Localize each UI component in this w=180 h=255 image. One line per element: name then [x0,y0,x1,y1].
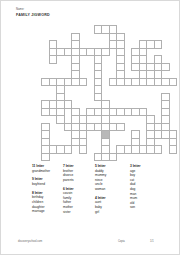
grid-cell[interactable] [116,123,125,132]
word-bank-word: marriage [32,209,50,214]
word-bank-word: boyfriend [32,182,50,187]
word-bank-header: 3 letter [130,164,140,169]
footer-source-text: discoveryschool.com [18,240,42,243]
grid-cell[interactable] [161,63,170,72]
grid-cell[interactable] [49,55,58,64]
word-bank-word: son [130,205,140,210]
word-bank-column-3: 5 letterdaddymummynieceunclewoman4 lette… [95,164,106,214]
grid-cell[interactable] [109,153,118,162]
grid-cell[interactable] [169,145,178,154]
footer-page-number: 1/1 [150,240,154,243]
word-bank-word: woman [95,187,106,192]
page-title: FAMILY JIGWORD [16,13,50,17]
worksheet-page: { "game": "criss-cross word-fit crosswor… [0,0,180,255]
word-bank-word: parents [63,178,74,183]
word-bank-word: sister [63,210,74,215]
grid-cell[interactable] [41,153,50,162]
footer-center-text: Copia [118,240,125,243]
crossword-grid[interactable] [41,25,178,162]
word-bank-word: girl [95,210,106,215]
word-bank-column-4: 3 letterageboycatdaddogmanmumoldson [130,164,140,210]
name-label: Name: [16,8,24,11]
grid-cell[interactable] [169,78,178,87]
word-bank-column-2: 7 letterbrotherdivorceparents6 lettercou… [63,164,74,214]
grid-cell[interactable] [64,145,73,154]
grid-cell[interactable] [154,145,163,154]
grid-cell[interactable] [79,145,88,154]
grid-cell[interactable] [79,78,88,87]
word-bank-header: 7 letter [63,164,74,169]
word-bank-header: 5 letter [95,164,106,169]
word-bank-column-1: 11 lettergrandmother9 letterboyfriend8 l… [32,164,50,214]
word-bank-word: mother [63,205,74,210]
word-bank-word: grandmother [32,169,50,174]
grid-cell[interactable] [101,48,110,57]
grid-cell[interactable] [154,40,163,49]
